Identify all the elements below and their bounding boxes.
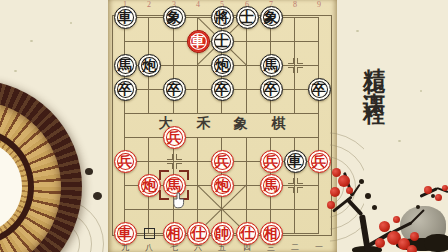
- plum-blossom: [410, 232, 419, 241]
- banner-text: 精华课程: [359, 50, 389, 200]
- piece-red-soldier[interactable]: 兵: [211, 150, 234, 173]
- piece-black-elephant[interactable]: 象: [260, 6, 283, 29]
- plum-blossom: [338, 175, 350, 187]
- piece-red-elephant[interactable]: 相: [260, 222, 283, 245]
- piece-black-soldier[interactable]: 卒: [308, 78, 331, 101]
- piece-black-chariot[interactable]: 車: [284, 150, 307, 173]
- plum-blossom: [330, 187, 340, 197]
- point-marker: [167, 154, 182, 169]
- plum-blossom: [327, 201, 335, 209]
- piece-black-cannon[interactable]: 炮: [138, 54, 161, 77]
- piece-red-chariot[interactable]: 車: [187, 30, 210, 53]
- blossom-bud: [359, 179, 364, 184]
- blossom-bud: [365, 193, 371, 199]
- point-marker: [288, 58, 303, 73]
- piece-black-chariot[interactable]: 車: [114, 6, 137, 29]
- file-label-top: 2: [141, 0, 157, 9]
- river-text: 大 禾 象 棋: [125, 113, 319, 134]
- plum-blossom: [332, 168, 341, 177]
- piece-red-soldier[interactable]: 兵: [163, 126, 186, 149]
- ink-wash: [424, 234, 448, 252]
- plum-blossom: [442, 185, 448, 191]
- file-label-bottom: 二: [287, 243, 303, 252]
- piece-red-chariot[interactable]: 車: [114, 222, 137, 245]
- piece-black-general[interactable]: 將: [211, 6, 234, 29]
- piece-black-elephant[interactable]: 象: [163, 6, 186, 29]
- file-label-top: 9: [311, 0, 327, 9]
- piece-black-soldier[interactable]: 卒: [260, 78, 283, 101]
- plum-blossom: [435, 194, 442, 201]
- mouse-cursor-icon: [172, 192, 185, 213]
- piece-black-soldier[interactable]: 卒: [114, 78, 137, 101]
- point-marker: [288, 178, 303, 193]
- plum-blossom: [346, 187, 353, 194]
- file-label-bottom: 八: [141, 243, 157, 252]
- piece-red-advisor[interactable]: 仕: [187, 222, 210, 245]
- piece-black-advisor[interactable]: 士: [236, 6, 259, 29]
- grid-line: [125, 137, 319, 138]
- piece-red-horse[interactable]: 馬: [260, 174, 283, 197]
- piece-red-cannon[interactable]: 炮: [211, 174, 234, 197]
- piece-red-elephant[interactable]: 相: [163, 222, 186, 245]
- plum-blossom: [393, 216, 400, 223]
- file-label-top: 8: [287, 0, 303, 9]
- file-label-bottom: 一: [311, 243, 327, 252]
- piece-black-advisor[interactable]: 士: [211, 30, 234, 53]
- blossom-bud: [372, 205, 377, 210]
- file-label-top: 4: [190, 0, 206, 9]
- plum-blossom: [407, 245, 417, 252]
- piece-black-cannon[interactable]: 炮: [211, 54, 234, 77]
- last-move-origin-marker: [144, 228, 155, 239]
- piece-red-advisor[interactable]: 仕: [236, 222, 259, 245]
- plum-blossom: [424, 186, 432, 194]
- piece-red-soldier[interactable]: 兵: [308, 150, 331, 173]
- blossom-bud: [416, 205, 420, 209]
- piece-red-soldier[interactable]: 兵: [260, 150, 283, 173]
- plum-blossom: [379, 221, 390, 232]
- piece-black-horse[interactable]: 馬: [260, 54, 283, 77]
- piece-black-horse[interactable]: 馬: [114, 54, 137, 77]
- piece-red-soldier[interactable]: 兵: [114, 150, 137, 173]
- app-window: 123456789九八七六五四三二一車象將士象車士馬炮炮馬卒卒卒卒卒兵兵兵兵車兵…: [0, 0, 448, 252]
- plum-blossom: [375, 238, 385, 248]
- piece-black-soldier[interactable]: 卒: [211, 78, 234, 101]
- piece-red-cannon[interactable]: 炮: [138, 174, 161, 197]
- piece-black-soldier[interactable]: 卒: [163, 78, 186, 101]
- piece-red-general[interactable]: 帥: [211, 222, 234, 245]
